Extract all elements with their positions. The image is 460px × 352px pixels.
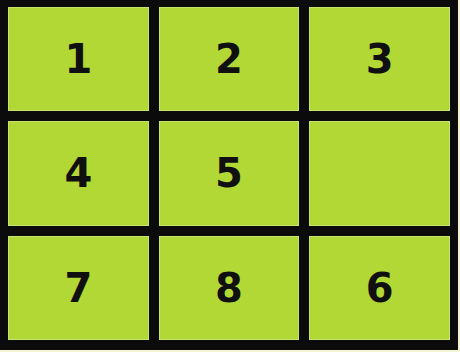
tile-7[interactable]: 7 <box>8 236 149 340</box>
sliding-puzzle-board: 1 2 3 4 5 7 8 6 <box>0 0 458 350</box>
tile-1[interactable]: 1 <box>8 7 149 111</box>
tile-8[interactable]: 8 <box>159 236 300 340</box>
puzzle-screenshot: 1 2 3 4 5 7 8 6 <box>0 0 460 352</box>
tile-4[interactable]: 4 <box>8 121 149 225</box>
tile-5[interactable]: 5 <box>159 121 300 225</box>
tile-2[interactable]: 2 <box>159 7 300 111</box>
tile-3[interactable]: 3 <box>309 7 450 111</box>
tile-6[interactable]: 6 <box>309 236 450 340</box>
blank-cell <box>309 121 450 225</box>
